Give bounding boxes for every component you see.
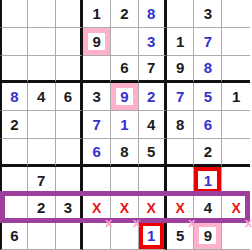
cell-r1c3[interactable] (56, 0, 84, 28)
sudoku-grid: 12839317679884639275127148668527123XxXxX… (0, 0, 250, 250)
given-digit-r6c5: 8 (120, 144, 128, 159)
cell-r4c3[interactable]: 6 (56, 83, 84, 111)
elimination-x-mark-r8c9: X (231, 201, 240, 215)
given-digit-r5c1: 2 (10, 117, 18, 132)
cell-r1c9[interactable] (222, 0, 250, 28)
given-digit-r3c6: 7 (147, 60, 155, 75)
cell-r4c2[interactable]: 4 (28, 83, 56, 111)
cell-r1c4[interactable]: 1 (83, 0, 111, 28)
entered-digit-r4c5: 9 (120, 89, 128, 104)
given-digit-r6c6: 5 (147, 144, 155, 159)
cell-r7c5[interactable] (111, 167, 139, 195)
cell-r1c2[interactable] (28, 0, 56, 28)
cell-r4c6[interactable]: 2 (139, 83, 167, 111)
cell-r3c4[interactable] (83, 56, 111, 84)
candidate-x-mark-r8c7: x (188, 216, 195, 229)
entered-digit-r2c6: 3 (147, 34, 155, 49)
cell-r7c7[interactable] (167, 167, 195, 195)
cell-r3c1[interactable] (0, 56, 28, 84)
given-digit-r6c8: 2 (204, 144, 212, 159)
cell-r8c9[interactable]: Xx (222, 194, 250, 222)
cell-r3c9[interactable] (222, 56, 250, 84)
cell-r8c7[interactable]: Xx (167, 194, 195, 222)
cell-r5c4[interactable]: 7 (83, 111, 111, 139)
cell-r5c6[interactable]: 4 (139, 111, 167, 139)
cell-r4c5[interactable]: 9 (111, 83, 139, 111)
cell-r2c1[interactable] (0, 28, 28, 56)
given-digit-r2c4: 9 (93, 34, 101, 49)
sudoku-board: 12839317679884639275127148668527123XxXxX… (0, 0, 250, 250)
cell-r6c2[interactable] (28, 139, 56, 167)
elimination-x-mark-r8c6: X (147, 201, 156, 215)
candidate-x-mark-r8c5: x (133, 216, 140, 229)
given-digit-r8c8: 4 (204, 200, 212, 215)
given-digit-r1c8: 3 (204, 6, 212, 21)
entered-digit-r5c4: 7 (93, 117, 101, 132)
cell-r2c4[interactable]: 9 (83, 28, 111, 56)
entered-digit-r5c8: 6 (204, 117, 212, 132)
cell-r6c4[interactable]: 6 (83, 139, 111, 167)
cell-r3c8[interactable]: 8 (194, 56, 222, 84)
cell-r5c1[interactable]: 2 (0, 111, 28, 139)
given-digit-r8c3: 3 (64, 200, 72, 215)
entered-digit-r2c8: 7 (204, 34, 212, 49)
given-digit-r1c5: 2 (120, 6, 128, 21)
cell-r9c3[interactable] (56, 222, 84, 250)
cell-r9c2[interactable] (28, 222, 56, 250)
cell-r4c9[interactable]: 1 (222, 83, 250, 111)
cell-r6c7[interactable] (167, 139, 195, 167)
given-digit-r4c4: 3 (93, 89, 101, 104)
cell-r9c6[interactable]: 1 (139, 222, 167, 250)
cell-r3c3[interactable] (56, 56, 84, 84)
cell-r7c3[interactable] (56, 167, 84, 195)
cell-r8c4[interactable]: Xx (83, 194, 111, 222)
given-digit-r1c4: 1 (93, 6, 101, 21)
cell-r1c7[interactable] (167, 0, 195, 28)
candidate-x-mark-r8c9: x (245, 216, 252, 229)
cell-r8c1[interactable] (0, 194, 28, 222)
entered-digit-r6c4: 6 (93, 144, 101, 159)
cell-r5c9[interactable] (222, 111, 250, 139)
cell-r1c1[interactable] (0, 0, 28, 28)
given-digit-r4c3: 6 (64, 89, 72, 104)
cell-r7c9[interactable] (222, 167, 250, 195)
cell-r7c4[interactable] (83, 167, 111, 195)
entered-digit-r4c8: 5 (204, 89, 212, 104)
given-digit-r5c7: 8 (176, 117, 184, 132)
cell-r2c8[interactable]: 7 (194, 28, 222, 56)
cell-r2c9[interactable] (222, 28, 250, 56)
cell-r5c2[interactable] (28, 111, 56, 139)
cell-r1c6[interactable]: 8 (139, 0, 167, 28)
given-digit-r2c7: 1 (176, 34, 184, 49)
cell-r9c1[interactable]: 6 (0, 222, 28, 250)
cell-r5c3[interactable] (56, 111, 84, 139)
cell-r2c3[interactable] (56, 28, 84, 56)
cell-r6c9[interactable] (222, 139, 250, 167)
given-digit-r4c9: 1 (232, 89, 240, 104)
given-digit-r3c5: 6 (120, 60, 128, 75)
entered-digit-r4c6: 2 (147, 89, 155, 104)
elimination-x-mark-r8c4: X (92, 201, 101, 215)
entered-digit-r9c6: 1 (147, 228, 155, 243)
cell-r7c6[interactable] (139, 167, 167, 195)
given-digit-r3c7: 9 (176, 60, 184, 75)
cell-r1c8[interactable]: 3 (194, 0, 222, 28)
cell-r8c8[interactable]: 4 (194, 194, 222, 222)
cell-r8c3[interactable]: 3 (56, 194, 84, 222)
entered-digit-r7c8: 1 (204, 173, 212, 188)
cell-r8c2[interactable]: 2 (28, 194, 56, 222)
cell-r5c7[interactable]: 8 (167, 111, 195, 139)
given-digit-r8c2: 2 (37, 200, 45, 215)
cell-r6c8[interactable]: 2 (194, 139, 222, 167)
cell-r4c8[interactable]: 5 (194, 83, 222, 111)
cell-r9c8[interactable]: 9 (194, 222, 222, 250)
cell-r6c5[interactable]: 8 (111, 139, 139, 167)
cell-r2c6[interactable]: 3 (139, 28, 167, 56)
given-digit-r9c1: 6 (10, 228, 18, 243)
cell-r6c6[interactable]: 5 (139, 139, 167, 167)
given-digit-r9c8: 9 (204, 228, 212, 243)
given-digit-r7c2: 7 (37, 173, 45, 188)
cell-r2c5[interactable] (111, 28, 139, 56)
cell-r8c6[interactable]: X (139, 194, 167, 222)
given-digit-r4c2: 4 (37, 89, 45, 104)
cell-r3c6[interactable]: 7 (139, 56, 167, 84)
entered-digit-r1c6: 8 (147, 6, 155, 21)
cell-r6c1[interactable] (0, 139, 28, 167)
cell-r8c5[interactable]: Xx (111, 194, 139, 222)
entered-digit-r5c5: 1 (120, 117, 128, 132)
elimination-x-mark-r8c7: X (175, 201, 184, 215)
entered-digit-r4c1: 8 (10, 89, 18, 104)
entered-digit-r4c7: 7 (176, 89, 184, 104)
cell-r4c4[interactable]: 3 (83, 83, 111, 111)
cell-r6c3[interactable] (56, 139, 84, 167)
cell-r7c2[interactable]: 7 (28, 167, 56, 195)
cell-r1c5[interactable]: 2 (111, 0, 139, 28)
cell-r4c7[interactable]: 7 (167, 83, 195, 111)
given-digit-r5c6: 4 (147, 117, 155, 132)
cell-r2c2[interactable] (28, 28, 56, 56)
given-digit-r9c7: 5 (176, 228, 184, 243)
cell-r3c7[interactable]: 9 (167, 56, 195, 84)
cell-r3c5[interactable]: 6 (111, 56, 139, 84)
candidate-x-mark-r8c4: x (105, 216, 112, 229)
cell-r5c5[interactable]: 1 (111, 111, 139, 139)
cell-r7c8[interactable]: 1 (194, 167, 222, 195)
cell-r7c1[interactable] (0, 167, 28, 195)
cell-r2c7[interactable]: 1 (167, 28, 195, 56)
cell-r3c2[interactable] (28, 56, 56, 84)
entered-digit-r3c8: 8 (204, 60, 212, 75)
cell-r5c8[interactable]: 6 (194, 111, 222, 139)
cell-r4c1[interactable]: 8 (0, 83, 28, 111)
elimination-x-mark-r8c5: X (120, 201, 129, 215)
